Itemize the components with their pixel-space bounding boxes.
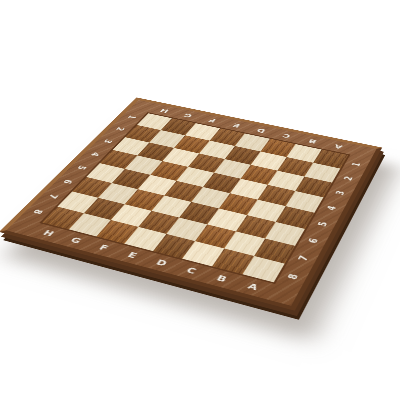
rank-label-left-1: 1 — [126, 114, 137, 119]
rank-label-right-6: 6 — [307, 237, 321, 244]
rank-label-left-4: 4 — [89, 151, 101, 156]
file-label-near-d: D — [154, 258, 168, 267]
file-label-near-b: B — [215, 274, 228, 283]
rank-label-left-2: 2 — [114, 126, 126, 131]
rank-label-left-5: 5 — [76, 165, 89, 171]
rank-label-right-5: 5 — [316, 220, 329, 227]
rank-label-right-2: 2 — [343, 175, 355, 181]
file-label-far-h: H — [159, 108, 170, 114]
file-label-far-g: G — [183, 113, 194, 119]
rank-label-right-7: 7 — [297, 254, 311, 261]
file-label-near-h: H — [41, 229, 55, 237]
file-label-far-c: C — [282, 133, 292, 139]
file-label-far-f: F — [207, 118, 217, 124]
rank-label-left-8: 8 — [31, 208, 45, 214]
rank-label-right-3: 3 — [334, 190, 347, 196]
product-photo-scene: HGFEDCBA HGFEDCBA 12345678 12345678 — [0, 0, 400, 400]
file-label-far-a: A — [333, 143, 343, 149]
rank-label-right-4: 4 — [325, 205, 338, 211]
rank-label-right-8: 8 — [286, 273, 300, 281]
file-label-far-b: B — [307, 138, 317, 144]
rank-label-right-1: 1 — [350, 162, 362, 168]
file-label-near-f: F — [97, 244, 110, 252]
file-label-far-d: D — [256, 128, 267, 134]
rank-label-left-7: 7 — [47, 193, 60, 199]
chessboard: HGFEDCBA HGFEDCBA 12345678 12345678 — [0, 97, 382, 310]
file-label-near-a: A — [246, 282, 259, 291]
rank-label-left-3: 3 — [102, 138, 114, 143]
rank-label-left-6: 6 — [61, 178, 74, 184]
file-label-near-c: C — [185, 266, 198, 275]
file-label-near-g: G — [69, 236, 83, 244]
file-label-near-e: E — [126, 251, 138, 259]
file-label-far-e: E — [232, 123, 242, 129]
